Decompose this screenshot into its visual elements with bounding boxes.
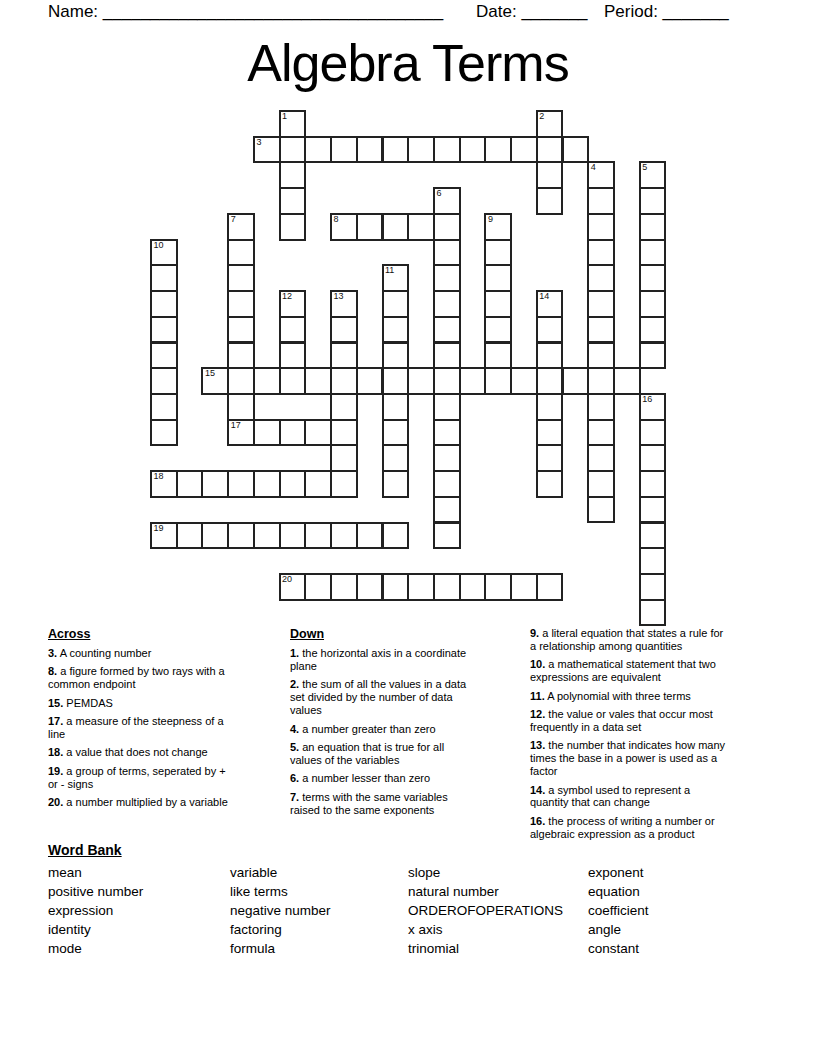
grid-cell[interactable]: 1 — [279, 110, 307, 138]
name-label: Name: — [48, 2, 98, 21]
down-clue-list-1: 1. the horizontal axis in a coordinate p… — [290, 647, 473, 816]
grid-cell[interactable] — [562, 136, 590, 164]
grid-cell[interactable] — [227, 367, 255, 395]
word-bank-item: x axis — [408, 920, 563, 939]
grid-cell[interactable]: 11 — [382, 264, 410, 292]
grid-cell[interactable] — [382, 419, 410, 447]
grid-cell[interactable] — [279, 342, 307, 370]
grid-cell[interactable] — [382, 290, 410, 318]
grid-cell[interactable] — [304, 522, 332, 550]
grid-cell[interactable] — [279, 522, 307, 550]
word-bank-column: variablelike termsnegative numberfactori… — [230, 863, 331, 958]
clue-item: 4. a number greater than zero — [290, 723, 473, 736]
period-label: Period: — [604, 2, 658, 21]
grid-cell[interactable] — [382, 136, 410, 164]
grid-cell[interactable] — [150, 393, 178, 421]
grid-cell[interactable] — [150, 419, 178, 447]
grid-cell[interactable] — [407, 136, 435, 164]
clue-item: 7. terms with the same variables raised … — [290, 791, 473, 817]
grid-cell[interactable] — [433, 316, 461, 344]
clue-number: 5 — [642, 163, 647, 172]
grid-cell[interactable] — [536, 470, 564, 498]
grid-cell[interactable] — [227, 264, 255, 292]
clue-item: 5. an equation that is true for all valu… — [290, 741, 473, 767]
word-bank-item: positive number — [48, 882, 143, 901]
grid-cell[interactable] — [639, 290, 667, 318]
across-header: Across — [48, 627, 235, 641]
grid-cell[interactable] — [150, 342, 178, 370]
across-clues-section: Across 3. A counting number8. a figure f… — [48, 627, 235, 815]
grid-cell[interactable] — [227, 316, 255, 344]
clue-number: 17 — [231, 421, 241, 430]
clue-item: 9. a literal equation that states a rule… — [530, 627, 727, 653]
word-bank-item: exponent — [588, 863, 649, 882]
grid-cell[interactable] — [536, 419, 564, 447]
clue-number: 10 — [154, 241, 164, 250]
grid-cell[interactable] — [150, 367, 178, 395]
clue-item: 16. the process of writing a number or a… — [530, 815, 727, 841]
grid-cell[interactable] — [484, 136, 512, 164]
grid-cell[interactable] — [587, 470, 615, 498]
grid-cell[interactable] — [639, 419, 667, 447]
grid-cell[interactable] — [536, 342, 564, 370]
grid-cell[interactable] — [639, 213, 667, 241]
grid-cell[interactable] — [613, 367, 641, 395]
grid-cell[interactable] — [484, 316, 512, 344]
grid-cell[interactable] — [433, 342, 461, 370]
grid-cell[interactable]: 6 — [433, 187, 461, 215]
clue-number: 3 — [256, 138, 261, 147]
grid-cell[interactable] — [382, 342, 410, 370]
grid-cell[interactable] — [382, 393, 410, 421]
grid-cell[interactable] — [330, 573, 358, 601]
grid-cell[interactable] — [433, 419, 461, 447]
grid-cell[interactable] — [330, 316, 358, 344]
clue-item: 18. a value that does not change — [48, 746, 235, 759]
clue-item: 17. a measure of the steepness of a line — [48, 715, 235, 741]
grid-cell[interactable]: 18 — [150, 470, 178, 498]
across-clue-list: 3. A counting number8. a figure formed b… — [48, 647, 235, 809]
word-bank-item: formula — [230, 939, 331, 958]
grid-cell[interactable] — [382, 213, 410, 241]
grid-cell[interactable] — [176, 522, 204, 550]
grid-cell[interactable] — [253, 522, 281, 550]
clue-number: 14 — [539, 292, 549, 301]
clue-number: 15 — [205, 369, 215, 378]
grid-cell[interactable] — [484, 239, 512, 267]
grid-cell[interactable] — [330, 444, 358, 472]
grid-cell[interactable] — [330, 367, 358, 395]
grid-cell[interactable] — [407, 213, 435, 241]
grid-cell[interactable] — [382, 316, 410, 344]
grid-cell[interactable] — [150, 290, 178, 318]
grid-cell[interactable]: 19 — [150, 522, 178, 550]
grid-cell[interactable] — [382, 522, 410, 550]
grid-cell[interactable] — [253, 419, 281, 447]
down-clues-continued-section: 9. a literal equation that states a rule… — [530, 627, 727, 846]
grid-cell[interactable] — [459, 573, 487, 601]
grid-cell[interactable] — [639, 522, 667, 550]
grid-cell[interactable] — [227, 522, 255, 550]
grid-cell[interactable] — [433, 496, 461, 524]
grid-cell[interactable] — [382, 470, 410, 498]
clue-item: 12. the value or vales that occur most f… — [530, 708, 727, 734]
grid-cell[interactable] — [587, 187, 615, 215]
word-bank-item: negative number — [230, 901, 331, 920]
grid-cell[interactable]: 14 — [536, 290, 564, 318]
word-bank-item: like terms — [230, 882, 331, 901]
grid-cell[interactable] — [639, 444, 667, 472]
grid-cell[interactable]: 10 — [150, 239, 178, 267]
clue-item: 8. a figure formed by two rays with a co… — [48, 665, 235, 691]
grid-cell[interactable]: 12 — [279, 290, 307, 318]
clue-item: 11. A polynomial with three terms — [530, 690, 727, 703]
grid-cell[interactable]: 5 — [639, 161, 667, 189]
clue-item: 1. the horizontal axis in a coordinate p… — [290, 647, 473, 673]
grid-cell[interactable] — [330, 342, 358, 370]
clue-number: 19 — [154, 524, 164, 533]
worksheet-title: Algebra Terms — [0, 33, 816, 93]
grid-cell[interactable] — [484, 290, 512, 318]
grid-cell[interactable] — [433, 213, 461, 241]
grid-cell[interactable] — [356, 573, 384, 601]
grid-cell[interactable] — [279, 136, 307, 164]
name-blank[interactable]: ____________________________________ — [103, 2, 443, 21]
grid-cell[interactable]: 15 — [201, 367, 229, 395]
clue-item: 13. the number that indicates how many t… — [530, 739, 727, 778]
grid-cell[interactable] — [587, 213, 615, 241]
grid-cell[interactable] — [459, 367, 487, 395]
grid-cell[interactable] — [536, 161, 564, 189]
grid-cell[interactable] — [330, 136, 358, 164]
grid-cell[interactable] — [279, 470, 307, 498]
grid-cell[interactable]: 8 — [330, 213, 358, 241]
grid-cell[interactable] — [433, 522, 461, 550]
grid-cell[interactable] — [150, 316, 178, 344]
grid-cell[interactable] — [330, 522, 358, 550]
clue-number: 13 — [334, 292, 344, 301]
grid-cell[interactable] — [484, 367, 512, 395]
grid-cell[interactable] — [279, 419, 307, 447]
grid-cell[interactable] — [639, 239, 667, 267]
grid-cell[interactable] — [330, 393, 358, 421]
grid-cell[interactable] — [227, 470, 255, 498]
grid-cell[interactable] — [304, 470, 332, 498]
grid-cell[interactable] — [510, 573, 538, 601]
clue-number: 1 — [282, 112, 287, 121]
name-field: Name: __________________________________… — [48, 2, 443, 22]
word-bank-item: angle — [588, 920, 649, 939]
grid-cell[interactable]: 3 — [253, 136, 281, 164]
grid-cell[interactable] — [433, 444, 461, 472]
grid-cell[interactable] — [253, 470, 281, 498]
grid-cell[interactable]: 2 — [536, 110, 564, 138]
word-bank-item: factoring — [230, 920, 331, 939]
grid-cell[interactable] — [536, 444, 564, 472]
grid-cell[interactable] — [639, 496, 667, 524]
grid-cell[interactable] — [382, 573, 410, 601]
grid-cell[interactable] — [382, 367, 410, 395]
grid-cell[interactable] — [201, 522, 229, 550]
grid-cell[interactable] — [536, 316, 564, 344]
grid-cell[interactable] — [587, 393, 615, 421]
period-blank[interactable]: _______ — [663, 2, 729, 21]
grid-cell[interactable] — [253, 367, 281, 395]
date-blank[interactable]: _______ — [521, 2, 587, 21]
word-bank-item: expression — [48, 901, 143, 920]
grid-cell[interactable] — [587, 316, 615, 344]
clue-number: 12 — [282, 292, 292, 301]
grid-cell[interactable] — [433, 573, 461, 601]
crossword-grid: 1234567891011121314151617181920 — [150, 110, 665, 625]
clue-number: 18 — [154, 472, 164, 481]
grid-cell[interactable]: 17 — [227, 419, 255, 447]
grid-cell[interactable] — [639, 316, 667, 344]
date-label: Date: — [476, 2, 517, 21]
clue-number: 20 — [282, 575, 292, 584]
grid-cell[interactable]: 16 — [639, 393, 667, 421]
down-clue-list-2: 9. a literal equation that states a rule… — [530, 627, 727, 841]
grid-cell[interactable] — [484, 573, 512, 601]
word-bank-item: variable — [230, 863, 331, 882]
clue-number: 9 — [488, 215, 493, 224]
word-bank-item: slope — [408, 863, 563, 882]
word-bank-item: constant — [588, 939, 649, 958]
grid-cell[interactable] — [201, 470, 229, 498]
grid-cell[interactable] — [279, 187, 307, 215]
grid-cell[interactable] — [279, 367, 307, 395]
grid-cell[interactable] — [330, 470, 358, 498]
period-field: Period: _______ — [604, 2, 729, 22]
grid-cell[interactable] — [639, 573, 667, 601]
grid-cell[interactable] — [587, 419, 615, 447]
grid-cell[interactable]: 20 — [279, 573, 307, 601]
word-bank-item: identity — [48, 920, 143, 939]
word-bank-column: slopenatural numberORDEROFOPERATIONSx ax… — [408, 863, 563, 958]
grid-cell[interactable]: 4 — [587, 161, 615, 189]
clue-number: 8 — [334, 215, 339, 224]
grid-cell[interactable] — [639, 470, 667, 498]
word-bank-item: mode — [48, 939, 143, 958]
word-bank-item: natural number — [408, 882, 563, 901]
grid-cell[interactable] — [587, 290, 615, 318]
grid-cell[interactable]: 13 — [330, 290, 358, 318]
grid-cell[interactable] — [433, 393, 461, 421]
grid-cell[interactable] — [433, 136, 461, 164]
grid-cell[interactable] — [433, 239, 461, 267]
grid-cell[interactable]: 9 — [484, 213, 512, 241]
grid-cell[interactable] — [639, 342, 667, 370]
clue-number: 7 — [231, 215, 236, 224]
grid-cell[interactable] — [587, 239, 615, 267]
word-bank-item: equation — [588, 882, 649, 901]
grid-cell[interactable] — [279, 213, 307, 241]
grid-cell[interactable] — [304, 367, 332, 395]
grid-cell[interactable] — [587, 496, 615, 524]
grid-cell[interactable] — [304, 136, 332, 164]
grid-cell[interactable] — [639, 599, 667, 627]
grid-cell[interactable] — [330, 419, 358, 447]
grid-cell[interactable] — [356, 213, 384, 241]
grid-cell[interactable] — [536, 367, 564, 395]
clue-number: 2 — [539, 112, 544, 121]
clue-item: 2. the sum of all the values in a data s… — [290, 678, 473, 717]
grid-cell[interactable] — [433, 367, 461, 395]
grid-cell[interactable] — [639, 547, 667, 575]
grid-cell[interactable] — [433, 290, 461, 318]
word-bank-item: ORDEROFOPERATIONS — [408, 901, 563, 920]
grid-cell[interactable] — [279, 161, 307, 189]
grid-cell[interactable] — [356, 522, 384, 550]
grid-cell[interactable] — [356, 136, 384, 164]
word-bank-item: trinomial — [408, 939, 563, 958]
grid-cell[interactable] — [536, 136, 564, 164]
grid-cell[interactable] — [279, 316, 307, 344]
grid-cell[interactable] — [356, 367, 384, 395]
grid-cell[interactable] — [587, 264, 615, 292]
grid-cell[interactable] — [587, 444, 615, 472]
grid-cell[interactable] — [227, 290, 255, 318]
clue-number: 6 — [436, 189, 441, 198]
grid-cell[interactable] — [433, 264, 461, 292]
grid-cell[interactable] — [510, 136, 538, 164]
word-bank-column: meanpositive numberexpressionidentitymod… — [48, 863, 143, 958]
grid-cell[interactable] — [433, 470, 461, 498]
grid-cell[interactable] — [227, 239, 255, 267]
word-bank-header: Word Bank — [48, 842, 788, 858]
grid-cell[interactable] — [562, 367, 590, 395]
grid-cell[interactable] — [639, 187, 667, 215]
grid-cell[interactable] — [536, 187, 564, 215]
clue-number: 16 — [642, 395, 652, 404]
grid-cell[interactable] — [536, 573, 564, 601]
grid-cell[interactable] — [587, 342, 615, 370]
date-field: Date: _______ — [476, 2, 588, 22]
clue-number: 4 — [591, 163, 596, 172]
grid-cell[interactable] — [304, 419, 332, 447]
grid-cell[interactable] — [382, 444, 410, 472]
down-clues-section: Down 1. the horizontal axis in a coordin… — [290, 627, 473, 822]
word-bank: Word Bank meanpositive numberexpressioni… — [48, 842, 788, 962]
grid-cell[interactable] — [484, 342, 512, 370]
grid-cell[interactable] — [227, 393, 255, 421]
grid-cell[interactable] — [304, 573, 332, 601]
word-bank-item: mean — [48, 863, 143, 882]
grid-cell[interactable] — [407, 367, 435, 395]
clue-item: 20. a number multiplied by a variable — [48, 796, 235, 809]
grid-cell[interactable] — [587, 367, 615, 395]
clue-number: 11 — [385, 266, 394, 275]
grid-cell[interactable] — [176, 470, 204, 498]
grid-cell[interactable] — [484, 264, 512, 292]
word-bank-column: exponentequationcoefficientangleconstant — [588, 863, 649, 958]
grid-cell[interactable] — [227, 342, 255, 370]
grid-cell[interactable] — [407, 573, 435, 601]
clue-item: 10. a mathematical statement that two ex… — [530, 658, 727, 684]
clue-item: 19. a group of terms, seperated by + or … — [48, 765, 235, 791]
grid-cell[interactable] — [510, 367, 538, 395]
clue-item: 14. a symbol used to represent a quantit… — [530, 784, 727, 810]
grid-cell[interactable] — [639, 264, 667, 292]
clue-item: 6. a number lesser than zero — [290, 772, 473, 785]
down-header: Down — [290, 627, 473, 641]
clue-item: 15. PEMDAS — [48, 697, 235, 710]
word-bank-item: coefficient — [588, 901, 649, 920]
grid-cell[interactable] — [459, 136, 487, 164]
clue-item: 3. A counting number — [48, 647, 235, 660]
grid-cell[interactable] — [536, 393, 564, 421]
grid-cell[interactable] — [150, 264, 178, 292]
grid-cell[interactable]: 7 — [227, 213, 255, 241]
